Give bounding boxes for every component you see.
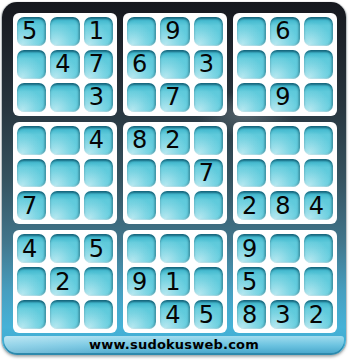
cell-r2c3[interactable]: 7 [84, 50, 113, 79]
cell-r4c7[interactable] [237, 126, 266, 155]
cell-r4c5[interactable]: 2 [160, 126, 189, 155]
cell-r5c6[interactable]: 7 [194, 159, 223, 188]
cell-r1c2[interactable] [50, 17, 79, 46]
cell-r4c6[interactable] [194, 126, 223, 155]
cell-r8c5[interactable]: 1 [160, 267, 189, 296]
cell-r6c1[interactable]: 7 [17, 191, 46, 220]
cell-r7c3[interactable]: 5 [84, 234, 113, 263]
cell-r9c7[interactable]: 8 [237, 300, 266, 329]
box-r1c2: 9637 [123, 13, 227, 116]
cell-r3c9[interactable] [304, 83, 333, 112]
cell-r7c4[interactable] [127, 234, 156, 263]
cell-r9c3[interactable] [84, 300, 113, 329]
cell-r5c4[interactable] [127, 159, 156, 188]
cell-r2c1[interactable] [17, 50, 46, 79]
given-digit: 7 [199, 161, 214, 185]
cell-r2c6[interactable]: 3 [194, 50, 223, 79]
sudoku-grid: 51473 9637 69 47 827 284 452 9145 95832 [13, 13, 337, 333]
cell-r5c3[interactable] [84, 159, 113, 188]
cell-r5c1[interactable] [17, 159, 46, 188]
given-digit: 9 [165, 19, 180, 43]
given-digit: 5 [242, 270, 257, 294]
cell-r4c4[interactable]: 8 [127, 126, 156, 155]
cell-r3c7[interactable] [237, 83, 266, 112]
given-digit: 1 [89, 19, 104, 43]
cell-r6c5[interactable] [160, 191, 189, 220]
cell-r7c7[interactable]: 9 [237, 234, 266, 263]
given-digit: 2 [242, 194, 257, 218]
cell-r4c2[interactable] [50, 126, 79, 155]
box-r3c1: 452 [13, 230, 117, 333]
cell-r1c6[interactable] [194, 17, 223, 46]
cell-r8c7[interactable]: 5 [237, 267, 266, 296]
cell-r8c6[interactable] [194, 267, 223, 296]
cell-r2c7[interactable] [237, 50, 266, 79]
cell-r8c1[interactable] [17, 267, 46, 296]
cell-r5c7[interactable] [237, 159, 266, 188]
given-digit: 3 [89, 85, 104, 109]
cell-r4c3[interactable]: 4 [84, 126, 113, 155]
cell-r2c4[interactable]: 6 [127, 50, 156, 79]
cell-r1c3[interactable]: 1 [84, 17, 113, 46]
cell-r2c5[interactable] [160, 50, 189, 79]
cell-r9c5[interactable]: 4 [160, 300, 189, 329]
given-digit: 5 [89, 237, 104, 261]
given-digit: 9 [275, 85, 290, 109]
given-digit: 8 [275, 194, 290, 218]
cell-r1c7[interactable] [237, 17, 266, 46]
given-digit: 9 [132, 270, 147, 294]
footer-bar: www.sudokusweb.com [4, 336, 344, 353]
cell-r1c9[interactable] [304, 17, 333, 46]
given-digit: 2 [309, 303, 324, 327]
cell-r7c6[interactable] [194, 234, 223, 263]
cell-r8c9[interactable] [304, 267, 333, 296]
given-digit: 4 [165, 303, 180, 327]
cell-r8c2[interactable]: 2 [50, 267, 79, 296]
cell-r7c2[interactable] [50, 234, 79, 263]
given-digit: 7 [89, 52, 104, 76]
cell-r6c6[interactable] [194, 191, 223, 220]
cell-r1c4[interactable] [127, 17, 156, 46]
given-digit: 4 [309, 194, 324, 218]
cell-r6c7[interactable]: 2 [237, 191, 266, 220]
box-r2c2: 827 [123, 122, 227, 225]
box-r2c1: 47 [13, 122, 117, 225]
sudoku-board: 51473 9637 69 47 827 284 452 9145 95832 … [2, 2, 346, 355]
cell-r3c2[interactable] [50, 83, 79, 112]
given-digit: 6 [132, 52, 147, 76]
cell-r5c2[interactable] [50, 159, 79, 188]
cell-r4c9[interactable] [304, 126, 333, 155]
cell-r1c5[interactable]: 9 [160, 17, 189, 46]
box-r3c3: 95832 [233, 230, 337, 333]
cell-r5c9[interactable] [304, 159, 333, 188]
cell-r9c6[interactable]: 5 [194, 300, 223, 329]
cell-r4c1[interactable] [17, 126, 46, 155]
cell-r3c8[interactable]: 9 [270, 83, 299, 112]
cell-r1c8[interactable]: 6 [270, 17, 299, 46]
cell-r3c1[interactable] [17, 83, 46, 112]
given-digit: 2 [165, 128, 180, 152]
given-digit: 8 [132, 128, 147, 152]
cell-r4c8[interactable] [270, 126, 299, 155]
given-digit: 9 [242, 237, 257, 261]
cell-r2c8[interactable] [270, 50, 299, 79]
cell-r7c8[interactable] [270, 234, 299, 263]
given-digit: 4 [55, 52, 70, 76]
cell-r1c1[interactable]: 5 [17, 17, 46, 46]
cell-r9c9[interactable]: 2 [304, 300, 333, 329]
given-digit: 7 [22, 194, 37, 218]
cell-r6c3[interactable] [84, 191, 113, 220]
cell-r2c2[interactable]: 4 [50, 50, 79, 79]
cell-r8c3[interactable] [84, 267, 113, 296]
cell-r2c9[interactable] [304, 50, 333, 79]
cell-r7c5[interactable] [160, 234, 189, 263]
given-digit: 4 [22, 237, 37, 261]
given-digit: 6 [275, 19, 290, 43]
cell-r9c2[interactable] [50, 300, 79, 329]
cell-r7c1[interactable]: 4 [17, 234, 46, 263]
cell-r9c8[interactable]: 3 [270, 300, 299, 329]
cell-r6c8[interactable]: 8 [270, 191, 299, 220]
cell-r6c2[interactable] [50, 191, 79, 220]
cell-r9c4[interactable] [127, 300, 156, 329]
sudoku-page: 51473 9637 69 47 827 284 452 9145 95832 … [0, 0, 350, 360]
cell-r7c9[interactable] [304, 234, 333, 263]
cell-r8c8[interactable] [270, 267, 299, 296]
given-digit: 3 [199, 52, 214, 76]
given-digit: 5 [199, 303, 214, 327]
cell-r3c5[interactable]: 7 [160, 83, 189, 112]
cell-r6c4[interactable] [127, 191, 156, 220]
given-digit: 7 [165, 85, 180, 109]
given-digit: 2 [55, 270, 70, 294]
box-r2c3: 284 [233, 122, 337, 225]
cell-r5c5[interactable] [160, 159, 189, 188]
box-r1c1: 51473 [13, 13, 117, 116]
given-digit: 5 [22, 19, 37, 43]
cell-r3c4[interactable] [127, 83, 156, 112]
website-url: www.sudokusweb.com [89, 337, 259, 352]
given-digit: 8 [242, 303, 257, 327]
given-digit: 3 [275, 303, 290, 327]
cell-r8c4[interactable]: 9 [127, 267, 156, 296]
cell-r3c3[interactable]: 3 [84, 83, 113, 112]
cell-r5c8[interactable] [270, 159, 299, 188]
given-digit: 4 [89, 128, 104, 152]
cell-r9c1[interactable] [17, 300, 46, 329]
cell-r3c6[interactable] [194, 83, 223, 112]
box-r1c3: 69 [233, 13, 337, 116]
cell-r6c9[interactable]: 4 [304, 191, 333, 220]
box-r3c2: 9145 [123, 230, 227, 333]
given-digit: 1 [165, 270, 180, 294]
